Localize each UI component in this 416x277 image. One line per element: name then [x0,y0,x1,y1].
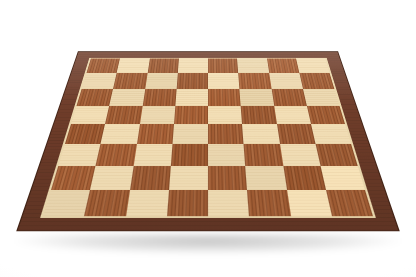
square-a6 [77,89,114,106]
square-g3 [280,144,321,166]
maple-stringing-line [40,58,376,218]
square-d1 [167,190,208,216]
square-f1 [247,190,290,216]
square-d2 [169,166,208,190]
square-e7 [208,73,240,89]
square-b1 [84,190,129,216]
square-g6 [271,89,306,106]
square-a4 [65,124,105,144]
board-field [43,58,373,216]
square-g4 [277,124,316,144]
square-h2 [320,166,365,190]
square-a2 [51,166,96,190]
square-b7 [113,73,147,89]
square-c1 [126,190,169,216]
square-b3 [96,144,137,166]
square-c4 [136,124,173,144]
square-h6 [303,89,340,106]
square-c7 [145,73,178,89]
square-b6 [109,89,144,106]
square-a5 [71,106,109,124]
square-c5 [140,106,176,124]
square-d3 [171,144,208,166]
square-c2 [130,166,171,190]
square-e8 [208,58,238,73]
square-h7 [299,73,334,89]
square-e1 [208,190,249,216]
square-e5 [208,106,242,124]
square-a3 [58,144,100,166]
square-d7 [176,73,208,89]
square-b5 [105,106,142,124]
square-e3 [208,144,245,166]
square-g7 [269,73,303,89]
square-d6 [175,89,208,106]
square-b8 [117,58,150,73]
photo-background [0,0,416,277]
square-e4 [208,124,244,144]
square-d8 [178,58,208,73]
square-g2 [283,166,326,190]
square-b4 [101,124,140,144]
square-a1 [43,190,90,216]
square-f4 [242,124,279,144]
square-d4 [172,124,208,144]
square-f3 [244,144,283,166]
square-c8 [147,58,178,73]
square-f5 [241,106,277,124]
square-e6 [208,89,241,106]
square-g1 [286,190,331,216]
square-a7 [82,73,117,89]
chess-board [16,51,400,231]
square-c3 [133,144,172,166]
square-c6 [142,89,176,106]
square-f6 [240,89,274,106]
square-h8 [296,58,330,73]
square-f7 [238,73,271,89]
square-d5 [174,106,208,124]
square-h5 [307,106,345,124]
square-h1 [326,190,373,216]
square-g5 [274,106,311,124]
square-h3 [315,144,357,166]
square-f8 [237,58,268,73]
square-h4 [311,124,351,144]
square-e2 [208,166,247,190]
square-a8 [86,58,120,73]
square-f2 [245,166,286,190]
square-b2 [90,166,133,190]
square-g8 [267,58,300,73]
